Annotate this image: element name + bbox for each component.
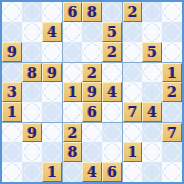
given-digit: 1 xyxy=(7,105,17,119)
given-digit: 1 xyxy=(128,145,138,159)
cell-r7c8[interactable] xyxy=(142,122,162,142)
given-tile: 2 xyxy=(102,42,122,62)
given-digit: 4 xyxy=(107,85,117,99)
given-digit: 6 xyxy=(107,165,117,179)
cell-r8c1[interactable] xyxy=(2,142,22,162)
given-digit: 8 xyxy=(27,66,37,80)
cell-r2c4[interactable] xyxy=(62,22,82,42)
given-tile: 2 xyxy=(63,123,82,142)
cell-r8c8[interactable] xyxy=(142,142,162,162)
given-digit: 9 xyxy=(27,126,37,140)
cell-r1c1[interactable] xyxy=(2,2,22,22)
given-tile: 2 xyxy=(162,82,182,102)
cell-r7c3[interactable] xyxy=(42,122,62,142)
cell-r5c2[interactable] xyxy=(22,82,42,102)
cell-r7c4: 2 xyxy=(62,122,82,142)
cell-r3c9[interactable] xyxy=(162,42,182,62)
cell-r9c4[interactable] xyxy=(62,162,82,182)
cell-r6c3[interactable] xyxy=(42,102,62,122)
given-digit: 5 xyxy=(107,25,117,39)
given-digit: 7 xyxy=(167,126,177,140)
cell-r1c6[interactable] xyxy=(102,2,122,22)
given-digit: 3 xyxy=(7,85,17,99)
cell-r6c6[interactable] xyxy=(102,102,122,122)
cell-r9c5: 4 xyxy=(82,162,102,182)
given-tile: 8 xyxy=(63,142,82,162)
cell-r5c9: 2 xyxy=(162,82,182,102)
cell-r4c5: 2 xyxy=(82,62,102,82)
given-tile: 9 xyxy=(22,123,42,142)
cell-r4c7[interactable] xyxy=(122,62,142,82)
cell-r9c6: 6 xyxy=(102,162,122,182)
given-digit: 9 xyxy=(7,45,17,59)
cell-r9c2[interactable] xyxy=(22,162,42,182)
given-tile: 8 xyxy=(82,2,102,22)
cell-r9c7[interactable] xyxy=(122,162,142,182)
cell-r5c4: 1 xyxy=(62,82,82,102)
cell-r8c2[interactable] xyxy=(22,142,42,162)
given-tile: 9 xyxy=(42,63,62,82)
cell-r2c8[interactable] xyxy=(142,22,162,42)
cell-r4c1[interactable] xyxy=(2,62,22,82)
given-tile: 6 xyxy=(82,102,102,122)
cell-r5c5: 9 xyxy=(82,82,102,102)
cell-r1c7: 2 xyxy=(122,2,142,22)
cell-r2c7[interactable] xyxy=(122,22,142,42)
given-tile: 4 xyxy=(142,102,162,122)
given-digit: 6 xyxy=(87,105,97,119)
cell-r8c5[interactable] xyxy=(82,142,102,162)
cell-r5c3[interactable] xyxy=(42,82,62,102)
given-digit: 2 xyxy=(167,85,177,99)
cell-r6c8: 4 xyxy=(142,102,162,122)
cell-r7c5[interactable] xyxy=(82,122,102,142)
cell-r7c2: 9 xyxy=(22,122,42,142)
cell-r7c7[interactable] xyxy=(122,122,142,142)
cell-r1c9[interactable] xyxy=(162,2,182,22)
given-tile: 1 xyxy=(63,82,82,102)
cell-r8c3[interactable] xyxy=(42,142,62,162)
given-digit: 5 xyxy=(147,45,157,59)
cell-r3c5[interactable] xyxy=(82,42,102,62)
cell-r1c5: 8 xyxy=(82,2,102,22)
cell-r1c8[interactable] xyxy=(142,2,162,22)
cell-r1c2[interactable] xyxy=(22,2,42,22)
given-tile: 8 xyxy=(22,63,42,82)
cell-r2c3: 4 xyxy=(42,22,62,42)
given-digit: 4 xyxy=(47,25,57,39)
given-digit: 1 xyxy=(167,66,177,80)
given-digit: 9 xyxy=(47,66,57,80)
cell-r2c9[interactable] xyxy=(162,22,182,42)
cell-r2c2[interactable] xyxy=(22,22,42,42)
given-digit: 7 xyxy=(128,105,138,119)
given-tile: 9 xyxy=(82,82,102,102)
given-tile: 4 xyxy=(82,162,102,182)
cell-r7c1[interactable] xyxy=(2,122,22,142)
given-tile: 7 xyxy=(123,102,142,122)
cell-r9c9[interactable] xyxy=(162,162,182,182)
given-tile: 6 xyxy=(63,2,82,22)
given-digit: 2 xyxy=(68,126,78,140)
cell-r6c5: 6 xyxy=(82,102,102,122)
given-tile: 3 xyxy=(2,82,22,102)
cell-r4c2: 8 xyxy=(22,62,42,82)
cell-r6c2[interactable] xyxy=(22,102,42,122)
cell-r8c7: 1 xyxy=(122,142,142,162)
cell-r2c6: 5 xyxy=(102,22,122,42)
given-tile: 1 xyxy=(123,142,142,162)
given-digit: 8 xyxy=(87,5,97,19)
cell-r6c1: 1 xyxy=(2,102,22,122)
cell-r4c6[interactable] xyxy=(102,62,122,82)
given-tile: 1 xyxy=(2,102,22,122)
cell-r2c1[interactable] xyxy=(2,22,22,42)
cell-r3c3[interactable] xyxy=(42,42,62,62)
given-tile: 7 xyxy=(162,123,182,142)
cell-r3c2[interactable] xyxy=(22,42,42,62)
cell-r6c4[interactable] xyxy=(62,102,82,122)
cell-r3c6: 2 xyxy=(102,42,122,62)
cell-r8c6[interactable] xyxy=(102,142,122,162)
cell-r6c9[interactable] xyxy=(162,102,182,122)
cell-r7c9: 7 xyxy=(162,122,182,142)
cell-r3c8: 5 xyxy=(142,42,162,62)
sudoku-board: 68245925892131942167492781146 xyxy=(0,0,184,184)
given-tile: 5 xyxy=(102,22,122,42)
given-digit: 8 xyxy=(68,145,78,159)
cell-r3c4[interactable] xyxy=(62,42,82,62)
cell-r4c9: 1 xyxy=(162,62,182,82)
cell-r9c8[interactable] xyxy=(142,162,162,182)
cell-r8c9[interactable] xyxy=(162,142,182,162)
cell-r1c4: 6 xyxy=(62,2,82,22)
cell-r3c1: 9 xyxy=(2,42,22,62)
given-digit: 1 xyxy=(68,85,78,99)
cell-r3c7[interactable] xyxy=(122,42,142,62)
cell-r4c3: 9 xyxy=(42,62,62,82)
cell-r1c3[interactable] xyxy=(42,2,62,22)
given-digit: 9 xyxy=(87,85,97,99)
given-digit: 4 xyxy=(147,105,157,119)
given-tile: 4 xyxy=(42,22,62,42)
given-digit: 6 xyxy=(68,5,78,19)
cell-r5c6: 4 xyxy=(102,82,122,102)
given-tile: 1 xyxy=(162,63,182,82)
given-tile: 9 xyxy=(2,42,22,62)
given-tile: 2 xyxy=(123,2,142,22)
given-digit: 2 xyxy=(87,66,97,80)
cell-r9c3: 1 xyxy=(42,162,62,182)
cell-r8c4: 8 xyxy=(62,142,82,162)
cell-r2c5[interactable] xyxy=(82,22,102,42)
given-tile: 6 xyxy=(102,162,122,182)
given-tile: 5 xyxy=(142,42,162,62)
given-digit: 2 xyxy=(107,45,117,59)
cell-r6c7: 7 xyxy=(122,102,142,122)
given-tile: 2 xyxy=(82,63,102,82)
cell-r5c7[interactable] xyxy=(122,82,142,102)
cell-r4c8[interactable] xyxy=(142,62,162,82)
given-digit: 1 xyxy=(47,165,57,179)
cell-r4c4[interactable] xyxy=(62,62,82,82)
cell-r5c1: 3 xyxy=(2,82,22,102)
given-tile: 4 xyxy=(102,82,122,102)
cell-r9c1[interactable] xyxy=(2,162,22,182)
given-digit: 2 xyxy=(128,5,138,19)
given-tile: 1 xyxy=(42,162,62,182)
given-digit: 4 xyxy=(87,165,97,179)
cell-r7c6[interactable] xyxy=(102,122,122,142)
cell-r5c8[interactable] xyxy=(142,82,162,102)
